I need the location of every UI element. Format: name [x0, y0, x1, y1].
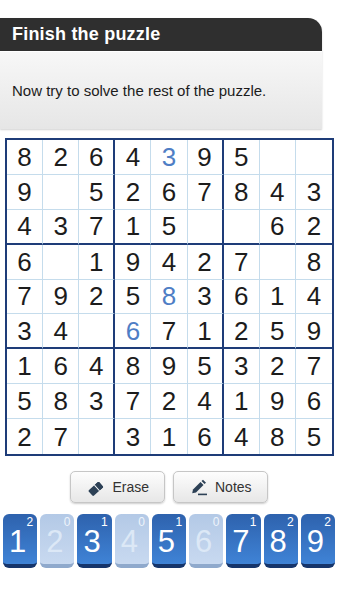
- sudoku-cell[interactable]: 3: [296, 175, 332, 210]
- sudoku-cell[interactable]: 2: [260, 349, 296, 384]
- numpad-key-5[interactable]: 15: [152, 514, 186, 568]
- sudoku-cell[interactable]: 7: [188, 175, 224, 210]
- sudoku-cell[interactable]: 4: [43, 314, 79, 349]
- sudoku-cell[interactable]: 3: [7, 314, 43, 349]
- numpad: 210213041506172829: [0, 514, 338, 568]
- sudoku-cell[interactable]: [188, 210, 224, 245]
- sudoku-cell[interactable]: 5: [188, 349, 224, 384]
- sudoku-cell[interactable]: 4: [260, 175, 296, 210]
- sudoku-cell[interactable]: 4: [224, 419, 260, 454]
- key-digit: 7: [226, 520, 255, 563]
- numpad-key-4: 04: [115, 514, 149, 568]
- sudoku-cell[interactable]: 2: [7, 419, 43, 454]
- sudoku-cell[interactable]: 7: [115, 384, 151, 419]
- sudoku-cell[interactable]: 9: [43, 280, 79, 315]
- sudoku-cell[interactable]: 2: [79, 280, 115, 315]
- numpad-key-3[interactable]: 13: [77, 514, 111, 568]
- sudoku-cell[interactable]: [79, 314, 115, 349]
- sudoku-cell[interactable]: 9: [260, 384, 296, 419]
- numpad-key-9[interactable]: 29: [301, 514, 335, 568]
- sudoku-cell[interactable]: 6: [115, 314, 151, 349]
- numpad-key-7[interactable]: 17: [226, 514, 260, 568]
- numpad-key-2: 02: [40, 514, 74, 568]
- sudoku-cell[interactable]: 9: [7, 175, 43, 210]
- toolbar: Erase Notes: [0, 471, 338, 503]
- key-digit: 8: [264, 520, 293, 563]
- sudoku-cell[interactable]: 8: [7, 140, 43, 175]
- sudoku-cell[interactable]: 9: [188, 140, 224, 175]
- sudoku-cell[interactable]: 6: [296, 384, 332, 419]
- pencil-icon: [189, 479, 208, 496]
- key-digit: 9: [301, 520, 330, 563]
- numpad-key-6: 06: [189, 514, 223, 568]
- sudoku-cell[interactable]: 8: [260, 419, 296, 454]
- erase-button[interactable]: Erase: [70, 471, 165, 503]
- sudoku-cell[interactable]: [43, 245, 79, 280]
- sudoku-cell[interactable]: 7: [43, 419, 79, 454]
- sudoku-cell[interactable]: 4: [7, 210, 43, 245]
- erase-button-label: Erase: [112, 479, 149, 495]
- sudoku-cell[interactable]: 6: [79, 140, 115, 175]
- sudoku-cell[interactable]: 8: [43, 384, 79, 419]
- sudoku-cell[interactable]: 7: [151, 314, 187, 349]
- key-digit: 6: [189, 520, 218, 563]
- sudoku-cell[interactable]: 6: [43, 349, 79, 384]
- sudoku-cell[interactable]: 4: [188, 384, 224, 419]
- sudoku-cell[interactable]: 4: [115, 140, 151, 175]
- sudoku-cell[interactable]: 6: [260, 210, 296, 245]
- sudoku-cell[interactable]: 9: [151, 349, 187, 384]
- key-digit: 2: [40, 520, 69, 563]
- sudoku-cell[interactable]: 1: [260, 280, 296, 315]
- sudoku-cell[interactable]: 2: [115, 175, 151, 210]
- sudoku-cell[interactable]: [296, 140, 332, 175]
- sudoku-cell[interactable]: 1: [7, 349, 43, 384]
- sudoku-cell[interactable]: [260, 245, 296, 280]
- sudoku-cell[interactable]: 2: [224, 314, 260, 349]
- sudoku-cell[interactable]: [224, 210, 260, 245]
- page-title: Finish the puzzle: [0, 18, 322, 51]
- sudoku-cell[interactable]: 5: [260, 314, 296, 349]
- sudoku-cell[interactable]: 3: [188, 280, 224, 315]
- sudoku-cell[interactable]: 5: [224, 140, 260, 175]
- sudoku-cell[interactable]: 5: [296, 419, 332, 454]
- numpad-key-1[interactable]: 21: [3, 514, 37, 568]
- sudoku-cell[interactable]: 6: [188, 419, 224, 454]
- sudoku-cell[interactable]: 2: [188, 245, 224, 280]
- sudoku-cell[interactable]: 6: [151, 175, 187, 210]
- instruction-text: Now try to solve the rest of the puzzle.: [0, 51, 322, 129]
- numpad-key-8[interactable]: 28: [264, 514, 298, 568]
- notes-button-label: Notes: [215, 479, 252, 495]
- key-digit: 1: [3, 520, 32, 563]
- header-card: Finish the puzzle Now try to solve the r…: [0, 18, 322, 129]
- sudoku-cell[interactable]: 8: [224, 175, 260, 210]
- sudoku-cell[interactable]: 2: [296, 210, 332, 245]
- sudoku-cell[interactable]: 8: [151, 280, 187, 315]
- sudoku-cell[interactable]: 6: [224, 280, 260, 315]
- sudoku-cell[interactable]: 1: [115, 210, 151, 245]
- sudoku-cell[interactable]: 3: [151, 140, 187, 175]
- key-digit: 5: [152, 520, 181, 563]
- notes-button[interactable]: Notes: [173, 471, 268, 503]
- sudoku-cell[interactable]: 1: [79, 245, 115, 280]
- sudoku-grid: 8264395952678434371562619427879258361434…: [5, 138, 334, 456]
- sudoku-cell[interactable]: 8: [296, 245, 332, 280]
- sudoku-cell[interactable]: 5: [79, 175, 115, 210]
- sudoku-cell[interactable]: 7: [79, 210, 115, 245]
- sudoku-cell[interactable]: 3: [115, 419, 151, 454]
- sudoku-cell[interactable]: 3: [43, 210, 79, 245]
- eraser-icon: [86, 479, 105, 496]
- key-digit: 3: [77, 520, 106, 563]
- sudoku-cell[interactable]: 4: [79, 349, 115, 384]
- sudoku-cell[interactable]: 2: [151, 384, 187, 419]
- sudoku-cell[interactable]: 5: [7, 384, 43, 419]
- sudoku-cell[interactable]: [79, 419, 115, 454]
- sudoku-cell[interactable]: 7: [224, 245, 260, 280]
- sudoku-cell[interactable]: 5: [151, 210, 187, 245]
- sudoku-cell[interactable]: 1: [224, 384, 260, 419]
- sudoku-cell[interactable]: 3: [79, 384, 115, 419]
- key-digit: 4: [115, 520, 144, 563]
- sudoku-cell[interactable]: 1: [151, 419, 187, 454]
- sudoku-cell[interactable]: 7: [296, 349, 332, 384]
- sudoku-cell[interactable]: 1: [188, 314, 224, 349]
- sudoku-cell[interactable]: 5: [115, 280, 151, 315]
- sudoku-cell[interactable]: 9: [115, 245, 151, 280]
- sudoku-cell[interactable]: [43, 175, 79, 210]
- sudoku-cell[interactable]: 6: [7, 245, 43, 280]
- sudoku-cell[interactable]: 7: [7, 280, 43, 315]
- sudoku-cell[interactable]: 2: [43, 140, 79, 175]
- sudoku-cell[interactable]: 4: [151, 245, 187, 280]
- sudoku-cell[interactable]: 9: [296, 314, 332, 349]
- sudoku-cell[interactable]: 4: [296, 280, 332, 315]
- sudoku-cell[interactable]: 3: [224, 349, 260, 384]
- sudoku-cell[interactable]: 8: [115, 349, 151, 384]
- sudoku-cell[interactable]: [260, 140, 296, 175]
